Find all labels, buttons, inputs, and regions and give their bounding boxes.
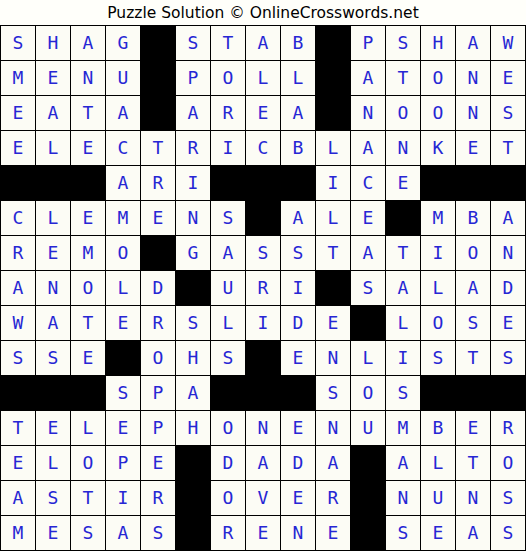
letter-cell-r8c13: L	[421, 271, 455, 305]
letter-cell-r13c15: O	[491, 446, 525, 480]
letter-cell-r9c14: S	[456, 306, 490, 340]
letter-cell-r4c3: E	[71, 131, 105, 165]
letter-cell-r13c3: O	[71, 446, 105, 480]
letter-cell-r9c2: A	[36, 306, 70, 340]
letter-cell-r11c11: O	[351, 376, 385, 410]
letter-cell-r14c3: T	[71, 481, 105, 515]
block-cell-r14c6	[176, 481, 210, 515]
letter-cell-r7c3: M	[71, 236, 105, 270]
letter-cell-r7c1: R	[1, 236, 35, 270]
letter-cell-r14c4: I	[106, 481, 140, 515]
block-cell-r7c5	[141, 236, 175, 270]
letter-cell-r4c7: I	[211, 131, 245, 165]
letter-cell-r3c1: E	[1, 96, 35, 130]
letter-cell-r15c5: S	[141, 516, 175, 550]
letter-cell-r9c6: S	[176, 306, 210, 340]
letter-cell-r14c5: R	[141, 481, 175, 515]
letter-cell-r2c1: M	[1, 61, 35, 95]
letter-cell-r7c13: I	[421, 236, 455, 270]
letter-cell-r11c4: S	[106, 376, 140, 410]
letter-cell-r9c8: I	[246, 306, 280, 340]
letter-cell-r2c15: E	[491, 61, 525, 95]
letter-cell-r6c4: M	[106, 201, 140, 235]
letter-cell-r15c10: E	[316, 516, 350, 550]
letter-cell-r10c12: I	[386, 341, 420, 375]
letter-cell-r1c11: P	[351, 26, 385, 60]
letter-cell-r13c7: D	[211, 446, 245, 480]
letter-cell-r13c14: T	[456, 446, 490, 480]
letter-cell-r2c3: N	[71, 61, 105, 95]
letter-cell-r8c3: O	[71, 271, 105, 305]
letter-cell-r12c8: N	[246, 411, 280, 445]
letter-cell-r6c2: L	[36, 201, 70, 235]
letter-cell-r6c14: B	[456, 201, 490, 235]
letter-cell-r6c5: E	[141, 201, 175, 235]
letter-cell-r8c12: A	[386, 271, 420, 305]
letter-cell-r11c6: A	[176, 376, 210, 410]
letter-cell-r2c9: L	[281, 61, 315, 95]
letter-cell-r4c5: T	[141, 131, 175, 165]
letter-cell-r11c12: S	[386, 376, 420, 410]
letter-cell-r8c11: S	[351, 271, 385, 305]
letter-cell-r3c7: R	[211, 96, 245, 130]
letter-cell-r5c5: R	[141, 166, 175, 200]
block-cell-r11c9	[281, 376, 315, 410]
letter-cell-r9c5: R	[141, 306, 175, 340]
letter-cell-r14c8: V	[246, 481, 280, 515]
letter-cell-r4c12: N	[386, 131, 420, 165]
letter-cell-r8c7: U	[211, 271, 245, 305]
letter-cell-r9c1: W	[1, 306, 35, 340]
letter-cell-r13c5: E	[141, 446, 175, 480]
letter-cell-r10c15: S	[491, 341, 525, 375]
letter-cell-r12c5: P	[141, 411, 175, 445]
block-cell-r5c9	[281, 166, 315, 200]
letter-cell-r12c9: E	[281, 411, 315, 445]
block-cell-r11c14	[456, 376, 490, 410]
letter-cell-r3c12: O	[386, 96, 420, 130]
letter-cell-r2c6: P	[176, 61, 210, 95]
letter-cell-r1c4: G	[106, 26, 140, 60]
letter-cell-r2c11: A	[351, 61, 385, 95]
letter-cell-r9c4: E	[106, 306, 140, 340]
letter-cell-r13c12: A	[386, 446, 420, 480]
letter-cell-r9c13: O	[421, 306, 455, 340]
block-cell-r11c8	[246, 376, 280, 410]
block-cell-r5c7	[211, 166, 245, 200]
letter-cell-r1c9: B	[281, 26, 315, 60]
letter-cell-r6c3: E	[71, 201, 105, 235]
letter-cell-r11c10: S	[316, 376, 350, 410]
letter-cell-r3c15: S	[491, 96, 525, 130]
block-cell-r13c6	[176, 446, 210, 480]
letter-cell-r10c1: S	[1, 341, 35, 375]
letter-cell-r2c2: E	[36, 61, 70, 95]
letter-cell-r14c2: S	[36, 481, 70, 515]
letter-cell-r8c4: L	[106, 271, 140, 305]
block-cell-r2c10	[316, 61, 350, 95]
letter-cell-r10c13: S	[421, 341, 455, 375]
letter-cell-r3c4: A	[106, 96, 140, 130]
letter-cell-r11c5: P	[141, 376, 175, 410]
letter-cell-r1c15: W	[491, 26, 525, 60]
letter-cell-r13c1: E	[1, 446, 35, 480]
letter-cell-r10c9: E	[281, 341, 315, 375]
letter-cell-r14c13: U	[421, 481, 455, 515]
letter-cell-r12c14: E	[456, 411, 490, 445]
letter-cell-r7c12: T	[386, 236, 420, 270]
block-cell-r5c1	[1, 166, 35, 200]
letter-cell-r4c11: A	[351, 131, 385, 165]
letter-cell-r6c7: S	[211, 201, 245, 235]
letter-cell-r2c4: U	[106, 61, 140, 95]
letter-cell-r12c4: E	[106, 411, 140, 445]
letter-cell-r6c6: N	[176, 201, 210, 235]
letter-cell-r6c13: M	[421, 201, 455, 235]
letter-cell-r1c3: A	[71, 26, 105, 60]
letter-cell-r5c4: A	[106, 166, 140, 200]
block-cell-r13c11	[351, 446, 385, 480]
letter-cell-r4c10: L	[316, 131, 350, 165]
letter-cell-r15c2: E	[36, 516, 70, 550]
letter-cell-r14c7: O	[211, 481, 245, 515]
letter-cell-r4c1: E	[1, 131, 35, 165]
letter-cell-r15c4: A	[106, 516, 140, 550]
letter-cell-r9c15: E	[491, 306, 525, 340]
letter-cell-r4c6: R	[176, 131, 210, 165]
letter-cell-r14c14: N	[456, 481, 490, 515]
letter-cell-r10c5: O	[141, 341, 175, 375]
letter-cell-r9c10: E	[316, 306, 350, 340]
block-cell-r11c7	[211, 376, 245, 410]
block-cell-r1c10	[316, 26, 350, 60]
letter-cell-r5c12: E	[386, 166, 420, 200]
letter-cell-r9c3: T	[71, 306, 105, 340]
letter-cell-r8c14: A	[456, 271, 490, 305]
letter-cell-r3c9: A	[281, 96, 315, 130]
letter-cell-r7c15: N	[491, 236, 525, 270]
letter-cell-r1c13: H	[421, 26, 455, 60]
crossword-grid: SHAGSTABPSHAWMENUPOLLATONEEATAAREANOONSE…	[0, 25, 526, 551]
block-cell-r10c8	[246, 341, 280, 375]
letter-cell-r9c12: L	[386, 306, 420, 340]
letter-cell-r7c8: S	[246, 236, 280, 270]
block-cell-r8c10	[316, 271, 350, 305]
letter-cell-r14c9: E	[281, 481, 315, 515]
letter-cell-r15c3: S	[71, 516, 105, 550]
letter-cell-r6c10: L	[316, 201, 350, 235]
block-cell-r5c8	[246, 166, 280, 200]
letter-cell-r4c9: B	[281, 131, 315, 165]
letter-cell-r4c8: C	[246, 131, 280, 165]
letter-cell-r12c3: L	[71, 411, 105, 445]
letter-cell-r13c4: P	[106, 446, 140, 480]
letter-cell-r1c2: H	[36, 26, 70, 60]
letter-cell-r8c1: A	[1, 271, 35, 305]
block-cell-r5c15	[491, 166, 525, 200]
letter-cell-r4c2: L	[36, 131, 70, 165]
letter-cell-r15c15: S	[491, 516, 525, 550]
block-cell-r6c12	[386, 201, 420, 235]
letter-cell-r4c14: E	[456, 131, 490, 165]
letter-cell-r7c10: T	[316, 236, 350, 270]
letter-cell-r7c2: E	[36, 236, 70, 270]
letter-cell-r10c3: E	[71, 341, 105, 375]
letter-cell-r1c14: A	[456, 26, 490, 60]
letter-cell-r9c7: L	[211, 306, 245, 340]
page-title: Puzzle Solution © OnlineCrosswords.net	[0, 0, 526, 25]
letter-cell-r7c9: S	[281, 236, 315, 270]
letter-cell-r6c9: A	[281, 201, 315, 235]
block-cell-r11c3	[71, 376, 105, 410]
letter-cell-r8c15: D	[491, 271, 525, 305]
letter-cell-r2c13: O	[421, 61, 455, 95]
block-cell-r11c1	[1, 376, 35, 410]
block-cell-r6c8	[246, 201, 280, 235]
letter-cell-r10c11: L	[351, 341, 385, 375]
letter-cell-r14c10: R	[316, 481, 350, 515]
letter-cell-r4c15: T	[491, 131, 525, 165]
letter-cell-r3c13: O	[421, 96, 455, 130]
letter-cell-r12c12: M	[386, 411, 420, 445]
letter-cell-r4c13: K	[421, 131, 455, 165]
letter-cell-r4c4: C	[106, 131, 140, 165]
letter-cell-r12c2: E	[36, 411, 70, 445]
letter-cell-r12c10: N	[316, 411, 350, 445]
letter-cell-r7c7: A	[211, 236, 245, 270]
letter-cell-r5c11: C	[351, 166, 385, 200]
block-cell-r10c4	[106, 341, 140, 375]
block-cell-r2c5	[141, 61, 175, 95]
letter-cell-r15c8: E	[246, 516, 280, 550]
block-cell-r15c6	[176, 516, 210, 550]
letter-cell-r8c8: R	[246, 271, 280, 305]
letter-cell-r2c7: O	[211, 61, 245, 95]
letter-cell-r12c7: O	[211, 411, 245, 445]
block-cell-r1c5	[141, 26, 175, 60]
letter-cell-r3c8: E	[246, 96, 280, 130]
block-cell-r11c15	[491, 376, 525, 410]
letter-cell-r15c13: E	[421, 516, 455, 550]
letter-cell-r13c8: A	[246, 446, 280, 480]
letter-cell-r13c2: L	[36, 446, 70, 480]
letter-cell-r8c2: N	[36, 271, 70, 305]
letter-cell-r8c5: D	[141, 271, 175, 305]
letter-cell-r13c10: A	[316, 446, 350, 480]
letter-cell-r10c2: S	[36, 341, 70, 375]
letter-cell-r2c8: L	[246, 61, 280, 95]
letter-cell-r12c6: H	[176, 411, 210, 445]
letter-cell-r2c14: N	[456, 61, 490, 95]
block-cell-r9c11	[351, 306, 385, 340]
block-cell-r3c10	[316, 96, 350, 130]
block-cell-r11c13	[421, 376, 455, 410]
block-cell-r3c5	[141, 96, 175, 130]
letter-cell-r8c9: I	[281, 271, 315, 305]
letter-cell-r12c15: R	[491, 411, 525, 445]
letter-cell-r12c11: U	[351, 411, 385, 445]
block-cell-r14c11	[351, 481, 385, 515]
letter-cell-r1c8: A	[246, 26, 280, 60]
letter-cell-r10c14: T	[456, 341, 490, 375]
letter-cell-r12c13: B	[421, 411, 455, 445]
letter-cell-r13c9: D	[281, 446, 315, 480]
block-cell-r5c2	[36, 166, 70, 200]
letter-cell-r7c6: G	[176, 236, 210, 270]
letter-cell-r7c14: O	[456, 236, 490, 270]
letter-cell-r5c6: I	[176, 166, 210, 200]
letter-cell-r1c7: T	[211, 26, 245, 60]
letter-cell-r10c10: N	[316, 341, 350, 375]
block-cell-r5c13	[421, 166, 455, 200]
letter-cell-r3c3: T	[71, 96, 105, 130]
letter-cell-r15c14: A	[456, 516, 490, 550]
letter-cell-r7c4: O	[106, 236, 140, 270]
letter-cell-r12c1: T	[1, 411, 35, 445]
letter-cell-r10c7: S	[211, 341, 245, 375]
letter-cell-r2c12: T	[386, 61, 420, 95]
letter-cell-r3c11: N	[351, 96, 385, 130]
block-cell-r5c3	[71, 166, 105, 200]
letter-cell-r15c9: N	[281, 516, 315, 550]
letter-cell-r14c1: A	[1, 481, 35, 515]
letter-cell-r1c1: S	[1, 26, 35, 60]
letter-cell-r10c6: H	[176, 341, 210, 375]
letter-cell-r6c15: A	[491, 201, 525, 235]
letter-cell-r7c11: A	[351, 236, 385, 270]
letter-cell-r1c12: S	[386, 26, 420, 60]
block-cell-r5c14	[456, 166, 490, 200]
letter-cell-r3c14: N	[456, 96, 490, 130]
letter-cell-r5c10: I	[316, 166, 350, 200]
letter-cell-r14c15: S	[491, 481, 525, 515]
block-cell-r11c2	[36, 376, 70, 410]
letter-cell-r3c6: A	[176, 96, 210, 130]
letter-cell-r15c7: R	[211, 516, 245, 550]
letter-cell-r15c12: S	[386, 516, 420, 550]
letter-cell-r9c9: D	[281, 306, 315, 340]
block-cell-r8c6	[176, 271, 210, 305]
letter-cell-r1c6: S	[176, 26, 210, 60]
letter-cell-r14c12: N	[386, 481, 420, 515]
block-cell-r15c11	[351, 516, 385, 550]
letter-cell-r6c1: C	[1, 201, 35, 235]
letter-cell-r6c11: E	[351, 201, 385, 235]
letter-cell-r13c13: L	[421, 446, 455, 480]
letter-cell-r3c2: A	[36, 96, 70, 130]
letter-cell-r15c1: M	[1, 516, 35, 550]
